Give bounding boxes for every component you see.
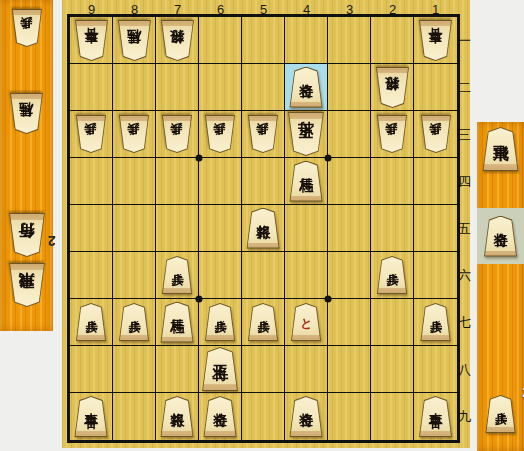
gote-piece[interactable]: 銀将 [160, 20, 195, 61]
gote-hand-piece[interactable]: 飛車 [8, 263, 46, 307]
rank-label-2: 二 [458, 64, 470, 111]
square-2g[interactable] [371, 299, 414, 346]
sente-piece[interactable]: 金将 [289, 67, 324, 108]
gote-piece[interactable]: 角行 [8, 213, 46, 257]
sente-piece[interactable]: 香車 [418, 396, 453, 437]
sente-piece[interactable]: 金将 [483, 216, 518, 257]
square-5g[interactable]: 歩兵 [242, 299, 285, 346]
shogi-board: 987654321 香車桂馬銀将香車金将銀将歩兵歩兵歩兵歩兵歩兵王将歩兵歩兵桂馬… [62, 0, 470, 448]
square-6e[interactable] [199, 205, 242, 252]
square-7d[interactable] [156, 158, 199, 205]
square-5i[interactable] [242, 393, 285, 440]
gote-hand-piece[interactable]: 歩兵 [8, 6, 46, 50]
rank-label-7: 七 [458, 299, 470, 346]
square-4h[interactable] [285, 346, 328, 393]
square-2h[interactable] [371, 346, 414, 393]
piece-face [421, 116, 451, 152]
square-9e[interactable] [70, 205, 113, 252]
piece-kanji: と [298, 310, 315, 324]
square-9g[interactable]: 歩兵 [70, 299, 113, 346]
rank-labels: 一二三四五六七八九 [458, 17, 470, 440]
file-labels: 987654321 [70, 0, 457, 14]
square-3g[interactable] [328, 299, 371, 346]
square-7i[interactable]: 銀将 [156, 393, 199, 440]
square-8f[interactable] [113, 252, 156, 299]
star-point [196, 155, 203, 162]
square-9b[interactable] [70, 64, 113, 111]
square-7a[interactable]: 銀将 [156, 17, 199, 64]
gote-piece[interactable]: 桂馬 [117, 20, 152, 61]
square-2c[interactable]: 歩兵 [371, 111, 414, 158]
square-6g[interactable]: 歩兵 [199, 299, 242, 346]
board-grid: 香車桂馬銀将香車金将銀将歩兵歩兵歩兵歩兵歩兵王将歩兵歩兵桂馬銀将歩兵歩兵歩兵歩兵… [67, 14, 460, 443]
sente-piece[interactable]: 桂馬 [160, 302, 195, 343]
square-1d[interactable] [414, 158, 457, 205]
sente-piece[interactable]: 銀将 [246, 208, 281, 249]
square-5h[interactable] [242, 346, 285, 393]
sente-piece[interactable]: 香車 [74, 396, 109, 437]
sente-piece[interactable]: 歩兵 [75, 303, 107, 341]
square-4g[interactable]: と [285, 299, 328, 346]
square-9h[interactable] [70, 346, 113, 393]
star-point [325, 296, 332, 303]
gote-captured-tray: 歩兵桂馬角行2飛車 [0, 0, 53, 331]
square-1h[interactable] [414, 346, 457, 393]
piece-face [161, 21, 194, 60]
square-1f[interactable] [414, 252, 457, 299]
square-3b[interactable] [328, 64, 371, 111]
square-1c[interactable]: 歩兵 [414, 111, 457, 158]
square-7h[interactable] [156, 346, 199, 393]
sente-piece[interactable]: 桂馬 [289, 161, 324, 202]
square-5c[interactable]: 歩兵 [242, 111, 285, 158]
square-8a[interactable]: 桂馬 [113, 17, 156, 64]
square-8d[interactable] [113, 158, 156, 205]
piece-face [9, 214, 45, 256]
gote-piece[interactable]: 香車 [74, 20, 109, 61]
piece-face [9, 264, 45, 306]
square-8i[interactable] [113, 393, 156, 440]
square-5b[interactable] [242, 64, 285, 111]
rank-label-6: 六 [458, 252, 470, 299]
square-4b[interactable]: 金将 [285, 64, 328, 111]
gote-hand-piece[interactable]: 桂馬 [8, 91, 46, 135]
square-4e[interactable] [285, 205, 328, 252]
square-4i[interactable]: 金将 [285, 393, 328, 440]
square-3c[interactable] [328, 111, 371, 158]
square-9a[interactable]: 香車 [70, 17, 113, 64]
square-6a[interactable] [199, 17, 242, 64]
sente-piece[interactable]: 玉将 [201, 347, 239, 391]
square-6h[interactable]: 玉将 [199, 346, 242, 393]
piece-face [376, 68, 409, 107]
rank-label-5: 五 [458, 205, 470, 252]
gote-piece[interactable]: 銀将 [375, 67, 410, 108]
square-3i[interactable] [328, 393, 371, 440]
rank-label-4: 四 [458, 158, 470, 205]
sente-piece[interactable]: 金将 [203, 396, 238, 437]
star-point [196, 296, 203, 303]
square-3e[interactable] [328, 205, 371, 252]
gote-piece[interactable]: 歩兵 [376, 115, 408, 153]
sente-piece[interactable]: と [290, 303, 322, 341]
square-3d[interactable] [328, 158, 371, 205]
square-3a[interactable] [328, 17, 371, 64]
sente-hand-piece[interactable]: 歩兵2 [482, 392, 520, 436]
gote-piece[interactable]: 歩兵 [161, 115, 193, 153]
square-2i[interactable] [371, 393, 414, 440]
sente-piece[interactable]: 金将 [289, 396, 324, 437]
square-8e[interactable] [113, 205, 156, 252]
square-6f[interactable] [199, 252, 242, 299]
gote-piece[interactable]: 王将 [287, 112, 325, 156]
square-2a[interactable] [371, 17, 414, 64]
gote-piece[interactable]: 歩兵 [75, 115, 107, 153]
sente-piece[interactable]: 歩兵 [247, 303, 279, 341]
sente-hand-piece[interactable]: 金将 [482, 214, 520, 258]
square-1g[interactable]: 歩兵 [414, 299, 457, 346]
square-7b[interactable] [156, 64, 199, 111]
square-1e[interactable] [414, 205, 457, 252]
rank-label-9: 九 [458, 393, 470, 440]
sente-hand-piece[interactable]: 飛車 [482, 127, 520, 171]
square-7c[interactable]: 歩兵 [156, 111, 199, 158]
gote-piece[interactable]: 歩兵 [247, 115, 279, 153]
square-6d[interactable] [199, 158, 242, 205]
square-2e[interactable] [371, 205, 414, 252]
gote-piece[interactable]: 歩兵 [118, 115, 150, 153]
star-point [325, 155, 332, 162]
square-1a[interactable]: 香車 [414, 17, 457, 64]
square-4a[interactable] [285, 17, 328, 64]
rank-label-3: 三 [458, 111, 470, 158]
sente-piece[interactable]: 銀将 [160, 396, 195, 437]
sente-piece[interactable]: 歩兵 [376, 256, 408, 294]
gote-hand-count: 2 [48, 233, 56, 249]
square-8c[interactable]: 歩兵 [113, 111, 156, 158]
square-8b[interactable] [113, 64, 156, 111]
square-2b[interactable]: 銀将 [371, 64, 414, 111]
square-8g[interactable]: 歩兵 [113, 299, 156, 346]
gote-hand-piece[interactable]: 角行2 [8, 213, 46, 257]
square-7f[interactable]: 歩兵 [156, 252, 199, 299]
square-3h[interactable] [328, 346, 371, 393]
square-6i[interactable]: 金将 [199, 393, 242, 440]
square-7e[interactable] [156, 205, 199, 252]
square-4d[interactable]: 桂馬 [285, 158, 328, 205]
piece-face [118, 21, 151, 60]
square-6b[interactable] [199, 64, 242, 111]
rank-label-1: 一 [458, 17, 470, 64]
gote-piece[interactable]: 桂馬 [9, 93, 44, 134]
square-3f[interactable] [328, 252, 371, 299]
square-5a[interactable] [242, 17, 285, 64]
square-7g[interactable]: 桂馬 [156, 299, 199, 346]
square-2f[interactable]: 歩兵 [371, 252, 414, 299]
square-1b[interactable] [414, 64, 457, 111]
piece-face [75, 21, 108, 60]
gote-piece[interactable]: 歩兵 [420, 115, 452, 153]
square-5e[interactable]: 銀将 [242, 205, 285, 252]
gote-piece[interactable]: 飛車 [8, 263, 46, 307]
sente-piece[interactable]: 歩兵 [161, 256, 193, 294]
square-9d[interactable] [70, 158, 113, 205]
square-8h[interactable] [113, 346, 156, 393]
gote-piece[interactable]: 歩兵 [11, 9, 43, 47]
square-5d[interactable] [242, 158, 285, 205]
sente-piece[interactable]: 飛車 [482, 127, 520, 171]
square-1i[interactable]: 香車 [414, 393, 457, 440]
square-9f[interactable] [70, 252, 113, 299]
sente-piece[interactable]: 歩兵 [485, 395, 517, 433]
square-5f[interactable] [242, 252, 285, 299]
square-2d[interactable] [371, 158, 414, 205]
square-9i[interactable]: 香車 [70, 393, 113, 440]
sente-piece[interactable]: 歩兵 [204, 303, 236, 341]
square-4c[interactable]: 王将 [285, 111, 328, 158]
gote-piece[interactable]: 香車 [418, 20, 453, 61]
rank-label-8: 八 [458, 346, 470, 393]
square-6c[interactable]: 歩兵 [199, 111, 242, 158]
sente-captured-tray: 飛車金将歩兵2 [477, 122, 524, 451]
square-4f[interactable] [285, 252, 328, 299]
gote-piece[interactable]: 歩兵 [204, 115, 236, 153]
square-9c[interactable]: 歩兵 [70, 111, 113, 158]
sente-piece[interactable]: 歩兵 [118, 303, 150, 341]
sente-piece[interactable]: 歩兵 [420, 303, 452, 341]
piece-face [12, 10, 42, 46]
